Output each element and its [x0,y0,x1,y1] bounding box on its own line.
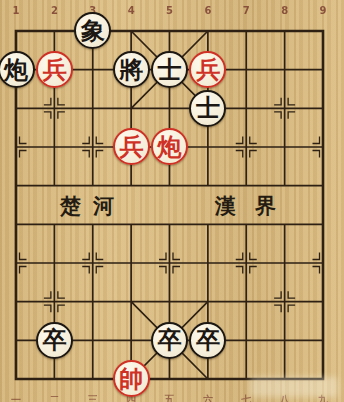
piece-glyph: 帥 [119,366,143,390]
piece-red-soldier[interactable]: 兵 [36,51,73,88]
piece-red-soldier[interactable]: 兵 [189,51,226,88]
piece-black-soldier[interactable]: 卒 [36,322,73,359]
piece-red-cannon[interactable]: 炮 [151,128,188,165]
piece-glyph: 卒 [196,328,220,352]
piece-glyph: 卒 [42,328,66,352]
piece-layer: 象炮兵將士兵士兵炮卒卒卒帥 [0,12,342,399]
xiangqi-app-screen: 123456789 一二三四五六七八九 楚河 漢界 象炮兵將士兵士兵炮卒卒卒帥 [0,0,344,402]
piece-black-general[interactable]: 將 [113,51,150,88]
piece-glyph: 炮 [158,134,182,158]
piece-black-advisor[interactable]: 士 [151,51,188,88]
piece-black-advisor[interactable]: 士 [189,90,226,127]
piece-glyph: 象 [81,18,105,42]
piece-glyph: 炮 [4,57,28,81]
piece-glyph: 將 [119,57,143,81]
piece-glyph: 兵 [42,57,66,81]
piece-black-elephant[interactable]: 象 [74,12,111,49]
piece-glyph: 兵 [119,134,143,158]
piece-black-soldier[interactable]: 卒 [189,322,226,359]
piece-red-soldier[interactable]: 兵 [113,128,150,165]
piece-black-cannon[interactable]: 炮 [0,51,35,88]
piece-glyph: 士 [196,96,220,120]
piece-red-general[interactable]: 帥 [113,360,150,397]
piece-glyph: 兵 [196,57,220,81]
piece-glyph: 卒 [158,328,182,352]
piece-glyph: 士 [158,57,182,81]
piece-black-soldier[interactable]: 卒 [151,322,188,359]
